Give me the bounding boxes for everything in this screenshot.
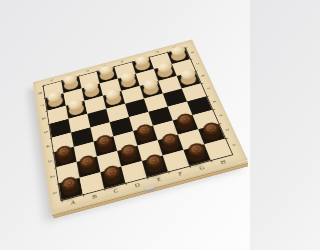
checkers-board: ABCDEFGH ABCDEFGH 12345678 12345678 bbox=[33, 40, 248, 213]
piece-dark-h2[interactable] bbox=[201, 121, 221, 136]
photo-scene: ABCDEFGH ABCDEFGH 12345678 12345678 bbox=[0, 0, 250, 250]
rank-label-right-6: 6 bbox=[192, 70, 214, 82]
rank-label-right-7: 7 bbox=[187, 58, 208, 69]
metal-latch-icon bbox=[145, 186, 154, 192]
piece-dark-d2[interactable] bbox=[119, 143, 138, 159]
board-top-face: ABCDEFGH ABCDEFGH 12345678 12345678 bbox=[33, 40, 248, 213]
rank-label-right-5: 5 bbox=[198, 82, 220, 94]
rank-label-right-8: 8 bbox=[182, 47, 203, 58]
